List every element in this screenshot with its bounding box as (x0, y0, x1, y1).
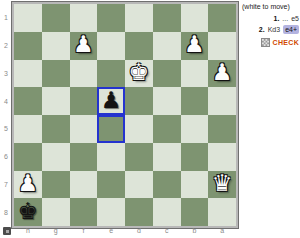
square-f6[interactable] (70, 143, 98, 171)
square-f4[interactable] (70, 87, 98, 115)
file-label-b: b (181, 227, 209, 234)
square-c5[interactable] (153, 115, 181, 143)
square-f8[interactable] (70, 198, 98, 226)
square-f3[interactable] (70, 60, 98, 88)
square-g8[interactable] (42, 198, 70, 226)
square-d8[interactable] (125, 198, 153, 226)
square-f2[interactable]: ♟ (70, 32, 98, 60)
square-c6[interactable] (153, 143, 181, 171)
file-label-h: h (14, 227, 42, 234)
square-b7[interactable] (181, 171, 209, 199)
board-frame: ♟♟♚♟♟♟♛♚ (11, 1, 239, 229)
square-h6[interactable] (14, 143, 42, 171)
move-list: 1....e52.Kd3e4+ (259, 14, 299, 34)
square-a8[interactable] (208, 198, 236, 226)
square-d2[interactable] (125, 32, 153, 60)
mini-board-grid-icon (261, 38, 270, 47)
square-d7[interactable] (125, 171, 153, 199)
square-d3[interactable]: ♚ (125, 60, 153, 88)
piece-white-pawn[interactable]: ♟ (184, 33, 205, 56)
square-g2[interactable] (42, 32, 70, 60)
square-g7[interactable] (42, 171, 70, 199)
square-e1[interactable] (97, 4, 125, 32)
move-number: 1. (274, 15, 280, 22)
square-g4[interactable] (42, 87, 70, 115)
square-e5[interactable] (97, 115, 125, 143)
check-status-label: CHECK (273, 39, 299, 46)
square-f5[interactable] (70, 115, 98, 143)
piece-black-pawn[interactable]: ♟ (101, 89, 122, 112)
move-panel: (white to move) 1....e52.Kd3e4+ CHECK (242, 3, 299, 47)
square-a3[interactable]: ♟ (208, 60, 236, 88)
move-number: 2. (259, 26, 265, 33)
square-a4[interactable] (208, 87, 236, 115)
chess-board: ♟♟♚♟♟♟♛♚ (14, 4, 236, 226)
square-c4[interactable] (153, 87, 181, 115)
square-c3[interactable] (153, 60, 181, 88)
check-row: CHECK (261, 38, 299, 47)
file-label-a: a (208, 227, 236, 234)
square-b5[interactable] (181, 115, 209, 143)
move-row-2: 2.Kd3e4+ (259, 25, 299, 34)
file-label-e: e (97, 227, 125, 234)
piece-black-king[interactable]: ♚ (18, 200, 39, 223)
square-g1[interactable] (42, 4, 70, 32)
file-label-f: f (70, 227, 98, 234)
move-2-black[interactable]: e4+ (283, 25, 299, 34)
square-h5[interactable] (14, 115, 42, 143)
square-a5[interactable] (208, 115, 236, 143)
square-a7[interactable]: ♛ (208, 171, 236, 199)
square-c8[interactable] (153, 198, 181, 226)
file-label-c: c (153, 227, 181, 234)
piece-white-pawn[interactable]: ♟ (212, 61, 233, 84)
move-2-white[interactable]: Kd3 (268, 26, 280, 33)
piece-white-queen[interactable]: ♛ (212, 172, 233, 195)
square-d6[interactable] (125, 143, 153, 171)
square-e3[interactable] (97, 60, 125, 88)
square-d5[interactable] (125, 115, 153, 143)
piece-white-pawn[interactable]: ♟ (18, 172, 39, 195)
move-row-1: 1....e5 (274, 14, 299, 23)
file-labels: hgfedcba (14, 227, 236, 234)
square-e8[interactable] (97, 198, 125, 226)
square-a6[interactable] (208, 143, 236, 171)
square-b4[interactable] (181, 87, 209, 115)
square-c7[interactable] (153, 171, 181, 199)
square-h7[interactable]: ♟ (14, 171, 42, 199)
square-e7[interactable] (97, 171, 125, 199)
square-g6[interactable] (42, 143, 70, 171)
square-f7[interactable] (70, 171, 98, 199)
square-e2[interactable] (97, 32, 125, 60)
piece-white-pawn[interactable]: ♟ (73, 33, 94, 56)
square-h1[interactable] (14, 4, 42, 32)
square-h3[interactable] (14, 60, 42, 88)
move-1-black[interactable]: e5 (291, 15, 299, 22)
board-thumbnail-icon[interactable] (3, 227, 11, 235)
square-b1[interactable] (181, 4, 209, 32)
square-h8[interactable]: ♚ (14, 198, 42, 226)
file-label-d: d (125, 227, 153, 234)
square-b2[interactable]: ♟ (181, 32, 209, 60)
square-b6[interactable] (181, 143, 209, 171)
square-e4[interactable]: ♟ (97, 87, 125, 115)
square-c1[interactable] (153, 4, 181, 32)
board-thumbnail-icon-inner (6, 230, 9, 233)
puzzle-screen: 12345678 ♟♟♚♟♟♟♛♚ hgfedcba (white to mov… (0, 0, 300, 238)
square-c2[interactable] (153, 32, 181, 60)
square-d1[interactable] (125, 4, 153, 32)
square-h4[interactable] (14, 87, 42, 115)
square-b8[interactable] (181, 198, 209, 226)
square-a2[interactable] (208, 32, 236, 60)
square-g5[interactable] (42, 115, 70, 143)
piece-white-king[interactable]: ♚ (129, 61, 150, 84)
square-d4[interactable] (125, 87, 153, 115)
square-f1[interactable] (70, 4, 98, 32)
square-g3[interactable] (42, 60, 70, 88)
move-1-white[interactable]: ... (282, 15, 288, 22)
square-a1[interactable] (208, 4, 236, 32)
square-e6[interactable] (97, 143, 125, 171)
file-label-g: g (42, 227, 70, 234)
square-h2[interactable] (14, 32, 42, 60)
turn-indicator: (white to move) (242, 3, 290, 10)
square-b3[interactable] (181, 60, 209, 88)
